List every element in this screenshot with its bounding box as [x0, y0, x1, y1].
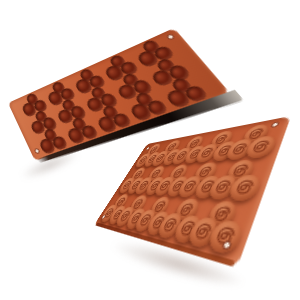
product-photo: Product photo of two terracotta silicone… [0, 0, 300, 300]
hanging-hole [165, 33, 175, 41]
hanging-hole [33, 148, 40, 155]
